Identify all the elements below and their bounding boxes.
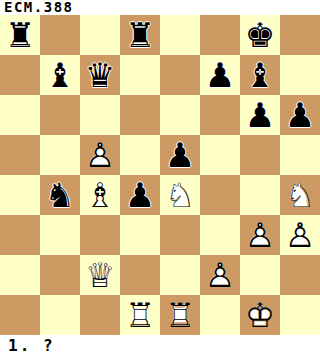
square-b3[interactable]: [40, 215, 80, 255]
black-pawn-icon: ♟︎: [280, 95, 320, 135]
square-g4[interactable]: [240, 175, 280, 215]
black-pawn-icon: ♟︎: [240, 95, 280, 135]
black-bishop-icon: ♝︎: [40, 55, 80, 95]
square-g6[interactable]: ♟︎: [240, 95, 280, 135]
white-queen-icon: ♕︎: [80, 255, 120, 295]
square-f1[interactable]: [200, 295, 240, 335]
white-pawn-icon: ♙︎: [80, 135, 120, 175]
square-b6[interactable]: [40, 95, 80, 135]
black-pawn-icon: ♟︎: [200, 55, 240, 95]
square-g8[interactable]: ♚︎: [240, 15, 280, 55]
white-knight-fill: ♞︎: [160, 175, 200, 215]
square-e8[interactable]: [160, 15, 200, 55]
white-pawn-icon: ♙︎: [200, 255, 240, 295]
diagram-title: ECM.388: [0, 0, 320, 15]
white-queen-fill: ♛︎: [80, 255, 120, 295]
square-a4[interactable]: [0, 175, 40, 215]
square-e7[interactable]: [160, 55, 200, 95]
square-e4[interactable]: ♞︎♘︎: [160, 175, 200, 215]
white-pawn-fill: ♟︎: [240, 215, 280, 255]
square-f8[interactable]: [200, 15, 240, 55]
square-g2[interactable]: [240, 255, 280, 295]
square-c6[interactable]: [80, 95, 120, 135]
white-knight-icon: ♘︎: [160, 175, 200, 215]
white-rook-icon: ♖︎: [160, 295, 200, 335]
black-king-icon: ♚︎: [240, 15, 280, 55]
square-e1[interactable]: ♜︎♖︎: [160, 295, 200, 335]
black-rook-icon: ♜︎: [120, 15, 160, 55]
square-d6[interactable]: [120, 95, 160, 135]
square-c4[interactable]: ♝︎♗︎: [80, 175, 120, 215]
black-bishop-icon: ♝︎: [240, 55, 280, 95]
square-c1[interactable]: [80, 295, 120, 335]
square-e5[interactable]: ♟︎: [160, 135, 200, 175]
square-a8[interactable]: ♜︎: [0, 15, 40, 55]
white-bishop-fill: ♝︎: [80, 175, 120, 215]
square-g5[interactable]: [240, 135, 280, 175]
square-g7[interactable]: ♝︎: [240, 55, 280, 95]
square-h6[interactable]: ♟︎: [280, 95, 320, 135]
square-e3[interactable]: [160, 215, 200, 255]
chess-board: ♜︎♜︎♚︎♝︎♛︎♟︎♝︎♟︎♟︎♟︎♙︎♟︎♞︎♝︎♗︎♟︎♞︎♘︎♞︎♘︎…: [0, 15, 320, 335]
black-rook-icon: ♜︎: [0, 15, 40, 55]
square-f4[interactable]: [200, 175, 240, 215]
square-a7[interactable]: [0, 55, 40, 95]
square-h8[interactable]: [280, 15, 320, 55]
black-pawn-icon: ♟︎: [160, 135, 200, 175]
square-g3[interactable]: ♟︎♙︎: [240, 215, 280, 255]
white-rook-fill: ♜︎: [120, 295, 160, 335]
black-queen-icon: ♛︎: [80, 55, 120, 95]
square-b2[interactable]: [40, 255, 80, 295]
black-pawn-icon: ♟︎: [120, 175, 160, 215]
square-b7[interactable]: ♝︎: [40, 55, 80, 95]
square-h5[interactable]: [280, 135, 320, 175]
square-a3[interactable]: [0, 215, 40, 255]
square-h7[interactable]: [280, 55, 320, 95]
square-g1[interactable]: ♚︎♔︎: [240, 295, 280, 335]
square-a1[interactable]: [0, 295, 40, 335]
square-h2[interactable]: [280, 255, 320, 295]
white-bishop-icon: ♗︎: [80, 175, 120, 215]
square-d5[interactable]: [120, 135, 160, 175]
square-h3[interactable]: ♟︎♙︎: [280, 215, 320, 255]
white-knight-icon: ♘︎: [280, 175, 320, 215]
square-d1[interactable]: ♜︎♖︎: [120, 295, 160, 335]
square-b1[interactable]: [40, 295, 80, 335]
square-c2[interactable]: ♛︎♕︎: [80, 255, 120, 295]
white-rook-icon: ♖︎: [120, 295, 160, 335]
square-h1[interactable]: [280, 295, 320, 335]
white-pawn-icon: ♙︎: [240, 215, 280, 255]
square-a5[interactable]: [0, 135, 40, 175]
square-e2[interactable]: [160, 255, 200, 295]
square-f5[interactable]: [200, 135, 240, 175]
square-h4[interactable]: ♞︎♘︎: [280, 175, 320, 215]
square-c3[interactable]: [80, 215, 120, 255]
square-f6[interactable]: [200, 95, 240, 135]
square-f3[interactable]: [200, 215, 240, 255]
white-pawn-icon: ♙︎: [280, 215, 320, 255]
square-c5[interactable]: ♟︎♙︎: [80, 135, 120, 175]
white-king-icon: ♔︎: [240, 295, 280, 335]
square-c7[interactable]: ♛︎: [80, 55, 120, 95]
square-d2[interactable]: [120, 255, 160, 295]
square-d8[interactable]: ♜︎: [120, 15, 160, 55]
move-prompt: 1. ?: [0, 335, 320, 360]
black-knight-icon: ♞︎: [40, 175, 80, 215]
square-d4[interactable]: ♟︎: [120, 175, 160, 215]
white-knight-fill: ♞︎: [280, 175, 320, 215]
square-a2[interactable]: [0, 255, 40, 295]
square-f2[interactable]: ♟︎♙︎: [200, 255, 240, 295]
square-b4[interactable]: ♞︎: [40, 175, 80, 215]
square-d3[interactable]: [120, 215, 160, 255]
white-pawn-fill: ♟︎: [200, 255, 240, 295]
square-c8[interactable]: [80, 15, 120, 55]
square-a6[interactable]: [0, 95, 40, 135]
white-rook-fill: ♜︎: [160, 295, 200, 335]
square-d7[interactable]: [120, 55, 160, 95]
square-b5[interactable]: [40, 135, 80, 175]
white-king-fill: ♚︎: [240, 295, 280, 335]
white-pawn-fill: ♟︎: [280, 215, 320, 255]
white-pawn-fill: ♟︎: [80, 135, 120, 175]
square-e6[interactable]: [160, 95, 200, 135]
square-b8[interactable]: [40, 15, 80, 55]
square-f7[interactable]: ♟︎: [200, 55, 240, 95]
